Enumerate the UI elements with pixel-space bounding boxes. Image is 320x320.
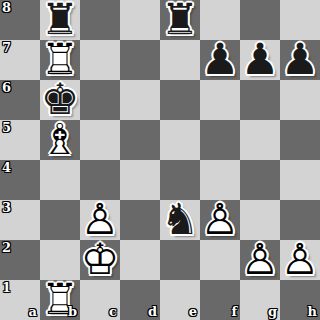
white-pawn[interactable]: ♟♙ xyxy=(80,199,120,239)
white-rook-outline: ♖ xyxy=(40,279,80,319)
square-a3[interactable] xyxy=(0,200,40,240)
square-e5[interactable] xyxy=(160,120,200,160)
square-c2[interactable]: ♚♔ xyxy=(80,240,120,280)
black-king[interactable]: ♚ xyxy=(40,79,80,119)
white-rook-outline: ♖ xyxy=(40,39,80,79)
square-e8[interactable]: ♜ xyxy=(160,0,200,40)
square-h1[interactable] xyxy=(280,280,320,320)
black-king-glyph: ♚ xyxy=(40,79,80,119)
black-rook[interactable]: ♜ xyxy=(160,0,200,39)
square-h2[interactable]: ♟♙ xyxy=(280,240,320,280)
square-d7[interactable] xyxy=(120,40,160,80)
square-d4[interactable] xyxy=(120,160,160,200)
square-g2[interactable]: ♟♙ xyxy=(240,240,280,280)
white-bishop-outline: ♗ xyxy=(40,119,80,159)
square-e2[interactable] xyxy=(160,240,200,280)
chess-app: ♜♜♜♖♟♟♟♚♝♗♟♙♞♟♙♚♔♟♙♟♙♜♖ 12345678abcdefgh xyxy=(0,0,320,320)
white-pawn-outline: ♙ xyxy=(240,239,280,279)
black-pawn-glyph: ♟ xyxy=(200,39,240,79)
white-king-outline: ♔ xyxy=(80,239,120,279)
square-f5[interactable] xyxy=(200,120,240,160)
white-pawn[interactable]: ♟♙ xyxy=(240,239,280,279)
square-h5[interactable] xyxy=(280,120,320,160)
square-a6[interactable] xyxy=(0,80,40,120)
square-a2[interactable] xyxy=(0,240,40,280)
square-b5[interactable]: ♝♗ xyxy=(40,120,80,160)
white-pawn-outline: ♙ xyxy=(80,199,120,239)
square-c1[interactable] xyxy=(80,280,120,320)
square-b1[interactable]: ♜♖ xyxy=(40,280,80,320)
white-pawn[interactable]: ♟♙ xyxy=(200,199,240,239)
square-b4[interactable] xyxy=(40,160,80,200)
white-king[interactable]: ♚♔ xyxy=(80,239,120,279)
square-g4[interactable] xyxy=(240,160,280,200)
square-f7[interactable]: ♟ xyxy=(200,40,240,80)
chess-board: ♜♜♜♖♟♟♟♚♝♗♟♙♞♟♙♚♔♟♙♟♙♜♖ xyxy=(0,0,320,320)
square-f2[interactable] xyxy=(200,240,240,280)
square-a4[interactable] xyxy=(0,160,40,200)
square-e6[interactable] xyxy=(160,80,200,120)
square-c7[interactable] xyxy=(80,40,120,80)
black-pawn[interactable]: ♟ xyxy=(200,39,240,79)
white-pawn-outline: ♙ xyxy=(280,239,320,279)
square-e3[interactable]: ♞ xyxy=(160,200,200,240)
black-pawn[interactable]: ♟ xyxy=(280,39,320,79)
square-a1[interactable] xyxy=(0,280,40,320)
white-pawn-outline: ♙ xyxy=(200,199,240,239)
black-pawn[interactable]: ♟ xyxy=(240,39,280,79)
square-d2[interactable] xyxy=(120,240,160,280)
square-g1[interactable] xyxy=(240,280,280,320)
square-g5[interactable] xyxy=(240,120,280,160)
square-f6[interactable] xyxy=(200,80,240,120)
square-d8[interactable] xyxy=(120,0,160,40)
white-bishop[interactable]: ♝♗ xyxy=(40,119,80,159)
square-g6[interactable] xyxy=(240,80,280,120)
square-d3[interactable] xyxy=(120,200,160,240)
black-pawn-glyph: ♟ xyxy=(280,39,320,79)
square-c6[interactable] xyxy=(80,80,120,120)
square-b3[interactable] xyxy=(40,200,80,240)
square-f1[interactable] xyxy=(200,280,240,320)
square-f3[interactable]: ♟♙ xyxy=(200,200,240,240)
square-h6[interactable] xyxy=(280,80,320,120)
square-h4[interactable] xyxy=(280,160,320,200)
square-h7[interactable]: ♟ xyxy=(280,40,320,80)
square-c8[interactable] xyxy=(80,0,120,40)
square-e1[interactable] xyxy=(160,280,200,320)
white-rook[interactable]: ♜♖ xyxy=(40,279,80,319)
square-a7[interactable] xyxy=(0,40,40,80)
square-e7[interactable] xyxy=(160,40,200,80)
square-d1[interactable] xyxy=(120,280,160,320)
black-knight-glyph: ♞ xyxy=(160,199,200,239)
white-rook[interactable]: ♜♖ xyxy=(40,39,80,79)
black-rook-glyph: ♜ xyxy=(160,0,200,39)
black-pawn-glyph: ♟ xyxy=(240,39,280,79)
square-d5[interactable] xyxy=(120,120,160,160)
square-c5[interactable] xyxy=(80,120,120,160)
square-d6[interactable] xyxy=(120,80,160,120)
square-g7[interactable]: ♟ xyxy=(240,40,280,80)
square-a8[interactable] xyxy=(0,0,40,40)
black-knight[interactable]: ♞ xyxy=(160,199,200,239)
square-a5[interactable] xyxy=(0,120,40,160)
white-pawn[interactable]: ♟♙ xyxy=(280,239,320,279)
